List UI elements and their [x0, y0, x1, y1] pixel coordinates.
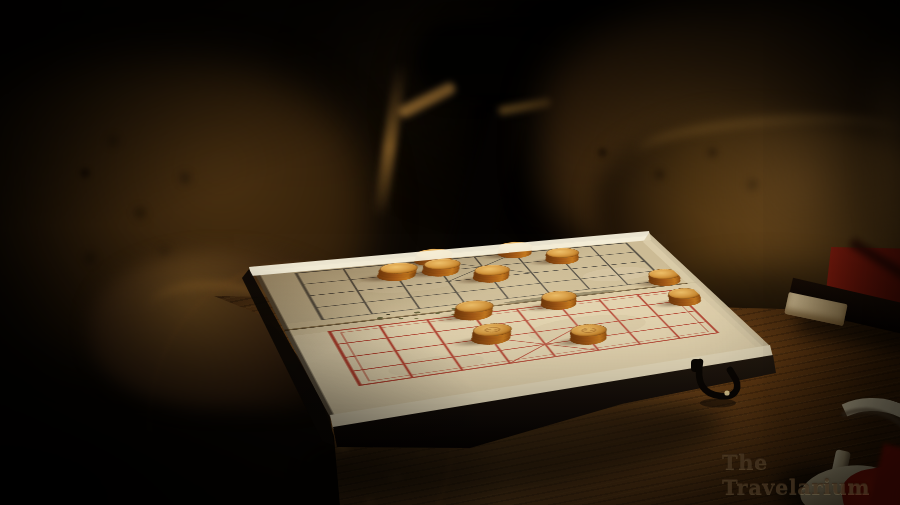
latch-curve — [699, 362, 737, 396]
board-edges — [0, 0, 900, 505]
left-frame-rim — [242, 269, 334, 446]
right-edge-bevel — [643, 233, 769, 352]
watermark-text: The Travelarium — [722, 449, 900, 499]
photo-scene: The Travelarium — [0, 0, 900, 505]
latch-shadow — [700, 399, 736, 408]
far-edge-bevel — [249, 231, 651, 276]
latch-glint — [724, 390, 729, 395]
latch-hook — [680, 350, 770, 412]
